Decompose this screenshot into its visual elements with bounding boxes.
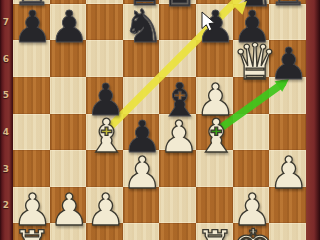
piece-white-bishop-f4[interactable]: ♝ bbox=[196, 113, 233, 159]
square-c7[interactable] bbox=[86, 4, 123, 41]
square-h4[interactable] bbox=[269, 114, 306, 151]
chess-board-frame: ♜♛♚♞♜♟♟♞♟♟♛♟♟♝♟♝♟♟♝♟♟♟♟♟♟♜♜♚ 765432 bbox=[0, 0, 320, 240]
piece-white-pawn-h3[interactable]: ♟ bbox=[269, 151, 306, 195]
piece-white-pawn-c2[interactable]: ♟ bbox=[86, 188, 123, 232]
board-border-right bbox=[306, 0, 320, 240]
piece-black-pawn-b7[interactable]: ♟ bbox=[49, 5, 86, 49]
piece-black-king-e8[interactable]: ♚ bbox=[159, 0, 196, 13]
square-g4[interactable] bbox=[233, 114, 270, 151]
square-b3[interactable] bbox=[50, 150, 87, 187]
square-a4[interactable] bbox=[13, 114, 50, 151]
square-b5[interactable] bbox=[50, 77, 87, 114]
square-f2[interactable] bbox=[196, 187, 233, 224]
square-g3[interactable] bbox=[233, 150, 270, 187]
piece-white-rook-a1[interactable]: ♜ bbox=[13, 225, 50, 240]
rank-label-4: 4 bbox=[0, 127, 12, 137]
piece-black-pawn-f7[interactable]: ♟ bbox=[196, 5, 233, 49]
square-a3[interactable] bbox=[13, 150, 50, 187]
piece-black-pawn-h6[interactable]: ♟ bbox=[269, 42, 306, 86]
piece-black-rook-h8[interactable]: ♜ bbox=[269, 0, 306, 12]
piece-black-knight-d7[interactable]: ♞ bbox=[123, 3, 160, 49]
piece-white-queen-g6[interactable]: ♛ bbox=[232, 37, 269, 87]
rank-label-7: 7 bbox=[0, 17, 12, 27]
piece-white-king-g1[interactable]: ♚ bbox=[232, 223, 269, 240]
piece-white-pawn-b2[interactable]: ♟ bbox=[49, 188, 86, 232]
piece-white-bishop-c4[interactable]: ♝ bbox=[86, 113, 123, 159]
piece-black-pawn-a7[interactable]: ♟ bbox=[13, 5, 50, 49]
piece-white-pawn-e4[interactable]: ♟ bbox=[159, 115, 196, 159]
piece-white-rook-f1[interactable]: ♜ bbox=[196, 225, 233, 240]
square-c6[interactable] bbox=[86, 40, 123, 77]
rank-label-3: 3 bbox=[0, 164, 12, 174]
square-e2[interactable] bbox=[159, 187, 196, 224]
rank-label-5: 5 bbox=[0, 90, 12, 100]
square-d5[interactable] bbox=[123, 77, 160, 114]
piece-white-pawn-d3[interactable]: ♟ bbox=[123, 151, 160, 195]
square-a5[interactable] bbox=[13, 77, 50, 114]
square-d1[interactable] bbox=[123, 223, 160, 240]
square-b4[interactable] bbox=[50, 114, 87, 151]
rank-label-2: 2 bbox=[0, 200, 12, 210]
rank-label-6: 6 bbox=[0, 54, 12, 64]
square-e6[interactable] bbox=[159, 40, 196, 77]
square-h1[interactable] bbox=[269, 223, 306, 240]
square-e1[interactable] bbox=[159, 223, 196, 240]
